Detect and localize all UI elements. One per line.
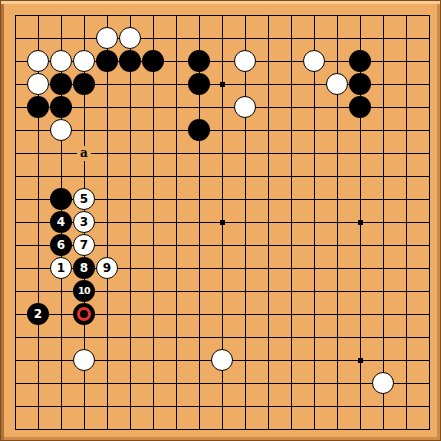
stone-black [73, 73, 95, 95]
stone-white [73, 50, 95, 72]
stone-white-move-9: 9 [96, 257, 118, 279]
move-number: 3 [80, 216, 88, 228]
red-circle-mark [77, 307, 91, 321]
move-number: 4 [57, 216, 65, 228]
stone-white [234, 96, 256, 118]
stone-white [96, 27, 118, 49]
stone-black [50, 188, 72, 210]
move-number: 10 [78, 286, 90, 296]
stone-white [234, 50, 256, 72]
star-point [220, 82, 225, 87]
stone-black [188, 50, 210, 72]
stone-white-move-3: 3 [73, 211, 95, 233]
stone-black-move-6: 6 [50, 234, 72, 256]
stone-white [50, 119, 72, 141]
stone-black [50, 73, 72, 95]
stone-white [27, 73, 49, 95]
stone-black [188, 119, 210, 141]
stone-black [349, 96, 371, 118]
stone-black [27, 96, 49, 118]
stone-black [119, 50, 141, 72]
stone-black [188, 73, 210, 95]
stone-white [27, 50, 49, 72]
move-number: 1 [57, 262, 65, 274]
go-board: a54367189102 [4, 4, 441, 441]
star-point [358, 220, 363, 225]
stone-white-move-7: 7 [73, 234, 95, 256]
stone-white [73, 349, 95, 371]
stone-black-move-8: 8 [73, 257, 95, 279]
stone-black [50, 96, 72, 118]
stone-black [96, 50, 118, 72]
move-number: 2 [34, 308, 42, 320]
stone-black [349, 73, 371, 95]
stone-white [119, 27, 141, 49]
stone-white [326, 73, 348, 95]
stone-black-move-4: 4 [50, 211, 72, 233]
stone-white [211, 349, 233, 371]
stone-white [50, 50, 72, 72]
board-label-a: a [77, 146, 91, 161]
move-number: 9 [103, 262, 111, 274]
stone-white [372, 372, 394, 394]
stone-white [303, 50, 325, 72]
star-point [220, 220, 225, 225]
stone-black-move-2: 2 [27, 303, 49, 325]
star-point [358, 358, 363, 363]
go-board-frame: a54367189102 [0, 0, 441, 441]
move-number: 5 [80, 193, 88, 205]
move-number: 7 [80, 239, 88, 251]
stone-black-move-10: 10 [73, 280, 95, 302]
move-number: 8 [80, 262, 88, 274]
move-number: 6 [57, 239, 65, 251]
marked-stone-black [73, 303, 95, 325]
stone-black [349, 50, 371, 72]
stone-black [142, 50, 164, 72]
stone-white-move-5: 5 [73, 188, 95, 210]
stone-white-move-1: 1 [50, 257, 72, 279]
